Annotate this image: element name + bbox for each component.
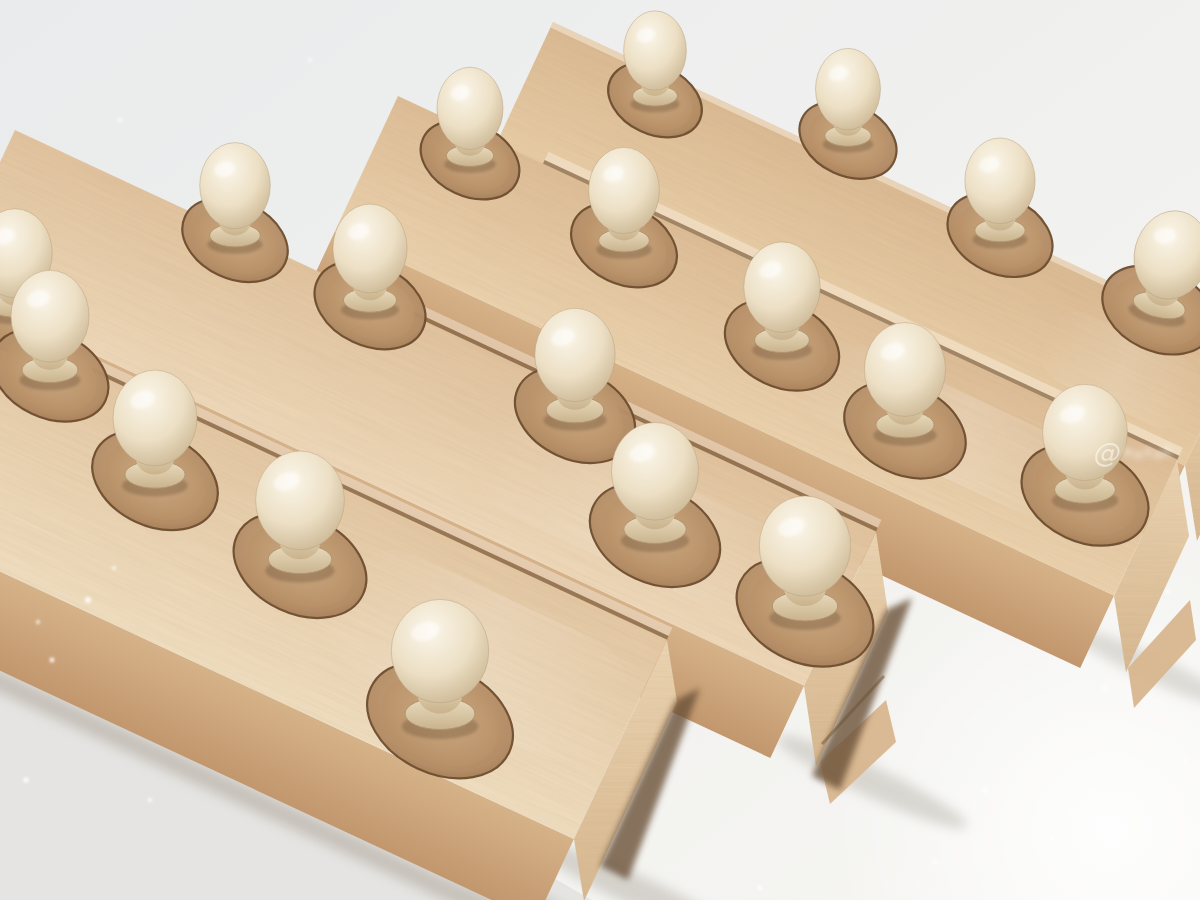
sparkle (1103, 686, 1108, 691)
sparkle (118, 118, 122, 122)
knob-cylinder (744, 242, 820, 360)
knob-cylinder (333, 204, 407, 319)
knob-head (816, 48, 881, 129)
knob-head (965, 138, 1035, 224)
watermark-blob (1124, 448, 1133, 457)
sparkle (1049, 835, 1054, 840)
knob-head (113, 370, 197, 466)
knob-cylinder (535, 308, 615, 430)
knob-cylinder (200, 143, 271, 254)
knob-head (391, 599, 489, 702)
scene-canvas: @ (0, 0, 1200, 900)
knob-cylinder (113, 370, 197, 496)
knob-cylinder (816, 48, 881, 152)
watermark-blob (1144, 448, 1153, 457)
knob-cylinder (624, 11, 687, 112)
watermark-text: @ (1092, 437, 1121, 468)
sparkle (982, 787, 988, 793)
knob-cylinder (759, 496, 850, 630)
sparkle (23, 777, 28, 782)
knob-cylinder (864, 323, 945, 446)
knob-head (759, 496, 850, 596)
watermark-blob (1154, 451, 1163, 460)
knob-cylinder (256, 451, 345, 582)
knob-cylinder (611, 422, 698, 552)
knob-cylinder (391, 599, 489, 739)
knob-head (333, 204, 407, 293)
knob-head (611, 422, 698, 520)
sparkle (308, 58, 312, 62)
watermark-blob (1163, 448, 1172, 457)
watermark-blob (1134, 451, 1143, 460)
knob-head (744, 242, 820, 333)
sparkle (50, 658, 55, 663)
knob-cylinder (589, 147, 660, 259)
knob-head (437, 67, 503, 149)
knob-cylinder (965, 138, 1035, 249)
knob-head (200, 143, 271, 229)
knob-head (589, 147, 660, 233)
knob-head (624, 11, 687, 90)
sparkle (85, 597, 91, 603)
sparkle (148, 798, 152, 802)
knob-head (256, 451, 345, 550)
knob-head (11, 270, 89, 362)
sparkle (1166, 590, 1170, 594)
knob-head (535, 308, 615, 401)
photo-scene: @ (0, 0, 1200, 900)
sparkle (933, 860, 937, 864)
knob-cylinder (437, 67, 503, 173)
knob-cylinder (11, 270, 89, 390)
sparkle (1183, 758, 1187, 762)
sparkle (758, 886, 763, 891)
knob-head (864, 323, 945, 417)
sparkle (36, 620, 40, 624)
sparkle (112, 566, 116, 570)
